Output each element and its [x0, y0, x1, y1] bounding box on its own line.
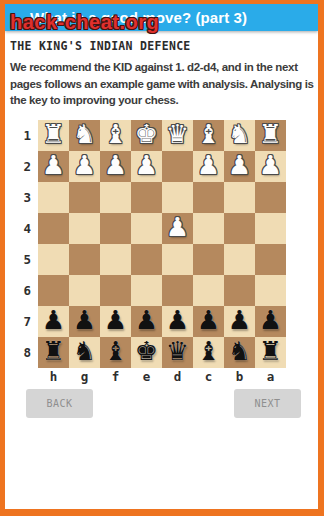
square-h4 [38, 213, 69, 244]
square-g1: ♞ [69, 120, 100, 151]
app-screen: What is a good move? (part 3) hack-cheat… [0, 0, 324, 516]
square-f7: ♟ [100, 306, 131, 337]
square-a3 [255, 182, 286, 213]
square-a8: ♜ [255, 337, 286, 368]
file-label-a: a [255, 368, 286, 385]
rank-label-1: 1 [10, 120, 38, 151]
rank-label-6: 6 [10, 275, 38, 306]
file-label-c: c [193, 368, 224, 385]
square-e3 [131, 182, 162, 213]
square-g5 [69, 244, 100, 275]
square-f1: ♝ [100, 120, 131, 151]
lesson-line: We recommend the KID against 1. d2-d4, a… [10, 59, 313, 76]
rank-label-4: 4 [10, 213, 38, 244]
square-a1: ♜ [255, 120, 286, 151]
square-c5 [193, 244, 224, 275]
square-b1: ♞ [224, 120, 255, 151]
square-g6 [69, 275, 100, 306]
black-pawn: ♟ [166, 307, 189, 333]
square-g4 [69, 213, 100, 244]
square-g2: ♟ [69, 151, 100, 182]
file-label-h: h [38, 368, 69, 385]
square-a7: ♟ [255, 306, 286, 337]
square-c6 [193, 275, 224, 306]
rank-label-2: 2 [10, 151, 38, 182]
white-pawn: ♟ [42, 152, 65, 178]
white-pawn: ♟ [197, 152, 220, 178]
square-b5 [224, 244, 255, 275]
black-pawn: ♟ [42, 307, 65, 333]
rank-label-5: 5 [10, 244, 38, 275]
file-label-f: f [100, 368, 131, 385]
square-a6 [255, 275, 286, 306]
square-g8: ♞ [69, 337, 100, 368]
square-e6 [131, 275, 162, 306]
square-g7: ♟ [69, 306, 100, 337]
black-knight: ♞ [73, 338, 96, 364]
square-e4 [131, 213, 162, 244]
rank-label-7: 7 [10, 306, 38, 337]
square-f6 [100, 275, 131, 306]
square-c4 [193, 213, 224, 244]
square-f3 [100, 182, 131, 213]
chess-board: ♜♞♝♚♛♝♞♜♟♟♟♟♟♟♟♟♟♟♟♟♟♟♟♟♜♞♝♚♛♝♞♜ [38, 120, 286, 368]
square-f2: ♟ [100, 151, 131, 182]
square-h7: ♟ [38, 306, 69, 337]
square-h6 [38, 275, 69, 306]
square-b6 [224, 275, 255, 306]
file-label-b: b [224, 368, 255, 385]
lesson-line: the key to improving your chess. [10, 92, 313, 109]
black-pawn: ♟ [104, 307, 127, 333]
square-c2: ♟ [193, 151, 224, 182]
white-bishop: ♝ [104, 121, 127, 147]
square-h5 [38, 244, 69, 275]
square-a4 [255, 213, 286, 244]
lesson-content: THE KING'S INDIAN DEFENCE We recommend t… [5, 39, 318, 418]
square-h1: ♜ [38, 120, 69, 151]
square-a2: ♟ [255, 151, 286, 182]
black-pawn: ♟ [259, 307, 282, 333]
square-d1: ♛ [162, 120, 193, 151]
black-pawn: ♟ [228, 307, 251, 333]
square-d2 [162, 151, 193, 182]
black-rook: ♜ [42, 338, 65, 364]
chess-board-area: 12345678 ♜♞♝♚♛♝♞♜♟♟♟♟♟♟♟♟♟♟♟♟♟♟♟♟♜♞♝♚♛♝♞… [10, 120, 313, 385]
white-rook: ♜ [259, 121, 282, 147]
rank-label-8: 8 [10, 337, 38, 368]
square-d8: ♛ [162, 337, 193, 368]
square-b7: ♟ [224, 306, 255, 337]
nav-buttons: BACK NEXT [10, 389, 313, 418]
white-pawn: ♟ [135, 152, 158, 178]
white-pawn: ♟ [166, 214, 189, 240]
square-d4: ♟ [162, 213, 193, 244]
white-bishop: ♝ [197, 121, 220, 147]
black-pawn: ♟ [135, 307, 158, 333]
square-d3 [162, 182, 193, 213]
file-labels: hgfedcba [38, 368, 286, 385]
square-e8: ♚ [131, 337, 162, 368]
square-b3 [224, 182, 255, 213]
white-pawn: ♟ [104, 152, 127, 178]
lesson-heading: THE KING'S INDIAN DEFENCE [10, 39, 313, 53]
black-pawn: ♟ [197, 307, 220, 333]
black-rook: ♜ [259, 338, 282, 364]
lesson-line: pages follows an example game with analy… [10, 76, 313, 93]
square-c8: ♝ [193, 337, 224, 368]
square-a5 [255, 244, 286, 275]
white-queen: ♛ [166, 121, 189, 147]
square-c3 [193, 182, 224, 213]
square-f4 [100, 213, 131, 244]
lesson-paragraph: We recommend the KID against 1. d2-d4, a… [10, 59, 313, 109]
app-title-bar: What is a good move? (part 3) [5, 4, 318, 31]
rank-label-3: 3 [10, 182, 38, 213]
square-g3 [69, 182, 100, 213]
square-e1: ♚ [131, 120, 162, 151]
square-e7: ♟ [131, 306, 162, 337]
square-h2: ♟ [38, 151, 69, 182]
square-h8: ♜ [38, 337, 69, 368]
square-e5 [131, 244, 162, 275]
white-knight: ♞ [73, 121, 96, 147]
square-e2: ♟ [131, 151, 162, 182]
file-label-g: g [69, 368, 100, 385]
square-d5 [162, 244, 193, 275]
black-bishop: ♝ [197, 338, 220, 364]
white-pawn: ♟ [73, 152, 96, 178]
square-b8: ♞ [224, 337, 255, 368]
rank-labels: 12345678 [10, 120, 38, 368]
black-queen: ♛ [166, 338, 189, 364]
white-pawn: ♟ [259, 152, 282, 178]
square-d7: ♟ [162, 306, 193, 337]
file-label-d: d [162, 368, 193, 385]
page-title: What is a good move? (part 3) [30, 9, 247, 26]
square-b4 [224, 213, 255, 244]
square-d6 [162, 275, 193, 306]
black-king: ♚ [135, 338, 158, 364]
back-button[interactable]: BACK [26, 389, 93, 418]
square-c7: ♟ [193, 306, 224, 337]
white-king: ♚ [135, 121, 158, 147]
square-f8: ♝ [100, 337, 131, 368]
black-bishop: ♝ [104, 338, 127, 364]
white-knight: ♞ [228, 121, 251, 147]
square-b2: ♟ [224, 151, 255, 182]
file-label-e: e [131, 368, 162, 385]
next-button[interactable]: NEXT [234, 389, 301, 418]
black-knight: ♞ [228, 338, 251, 364]
square-c1: ♝ [193, 120, 224, 151]
square-f5 [100, 244, 131, 275]
white-pawn: ♟ [228, 152, 251, 178]
square-h3 [38, 182, 69, 213]
black-pawn: ♟ [73, 307, 96, 333]
white-rook: ♜ [42, 121, 65, 147]
